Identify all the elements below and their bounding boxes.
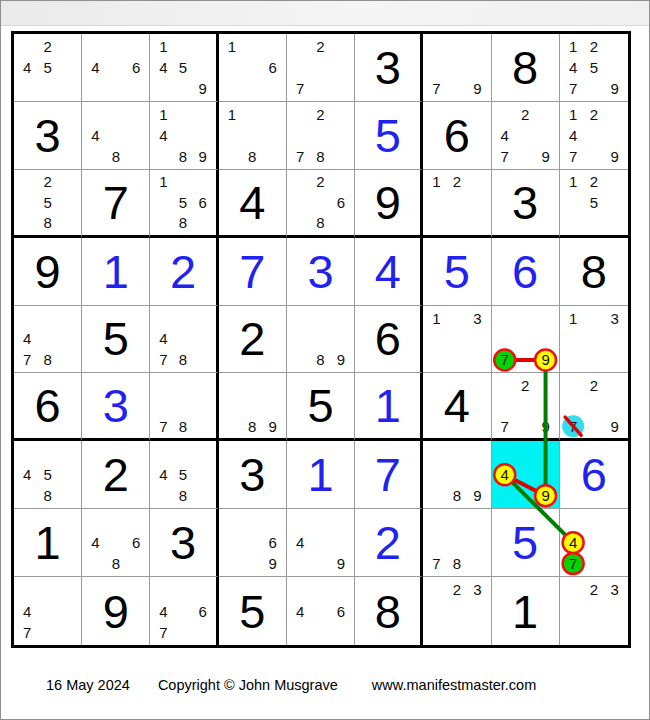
candidate-7: 7 <box>290 146 310 167</box>
candidate-7 <box>426 622 446 643</box>
cell-r9c6[interactable]: 8 <box>355 577 423 645</box>
candidate-6: 6 <box>262 57 282 78</box>
cell-r4c2[interactable]: 1 <box>82 238 150 306</box>
candidate-5 <box>242 57 262 78</box>
candidate-1: 1 <box>563 172 584 192</box>
cell-r1c6[interactable]: 3 <box>355 34 423 102</box>
cell-r4c9[interactable]: 8 <box>560 238 628 306</box>
candidate-2 <box>447 443 467 464</box>
cell-r3c2[interactable]: 7 <box>82 170 150 238</box>
candidate-6: 6 <box>126 532 146 553</box>
candidate-4 <box>426 329 446 350</box>
cell-r6c9[interactable]: 279 <box>560 373 628 441</box>
solved-digit: 7 <box>219 238 286 305</box>
candidate-6 <box>193 396 213 416</box>
cell-r9c4[interactable]: 5 <box>219 577 287 645</box>
cell-r7c1[interactable]: 458 <box>14 441 82 509</box>
candidates: 124579 <box>560 34 628 101</box>
candidate-7: 7 <box>563 553 584 574</box>
candidate-1: 1 <box>222 104 242 125</box>
candidate-3 <box>535 308 555 329</box>
candidate-2: 2 <box>584 36 605 57</box>
candidate-4 <box>153 192 173 212</box>
cell-r4c7[interactable]: 5 <box>423 238 491 306</box>
given-digit: 5 <box>287 373 354 438</box>
candidate-6 <box>193 125 213 146</box>
candidate-8 <box>584 553 605 574</box>
candidate-6 <box>331 329 351 350</box>
cell-r3c5[interactable]: 268 <box>287 170 355 238</box>
cell-r8c1[interactable]: 1 <box>14 509 82 577</box>
candidate-4: 4 <box>563 57 584 78</box>
given-digit: 2 <box>219 306 286 373</box>
candidate-8: 8 <box>173 212 193 232</box>
candidate-7: 7 <box>563 416 584 436</box>
candidate-9 <box>604 622 625 643</box>
candidate-2: 2 <box>584 172 605 192</box>
candidate-2: 2 <box>447 579 467 600</box>
candidate-6 <box>193 464 213 485</box>
cell-r1c9[interactable]: 124579 <box>560 34 628 102</box>
candidate-2: 2 <box>584 104 605 125</box>
candidate-3 <box>58 443 78 464</box>
candidate-3: 3 <box>604 308 625 329</box>
candidate-5 <box>447 464 467 485</box>
candidate-4: 4 <box>17 464 37 485</box>
cell-r5c4[interactable]: 2 <box>219 306 287 374</box>
candidate-4 <box>222 57 242 78</box>
candidate-3 <box>58 579 78 600</box>
cell-r8c9[interactable]: 47 <box>560 509 628 577</box>
cell-r4c8[interactable]: 6 <box>492 238 560 306</box>
cell-r8c7[interactable]: 78 <box>423 509 491 577</box>
given-digit: 8 <box>560 238 628 305</box>
candidates: 12 <box>423 170 490 235</box>
given-digit: 6 <box>355 306 420 373</box>
solved-digit: 2 <box>355 509 420 576</box>
candidates: 69 <box>219 509 286 576</box>
candidate-2 <box>310 579 330 600</box>
cell-r5c9[interactable]: 13 <box>560 306 628 374</box>
cell-r7c2[interactable]: 2 <box>82 441 150 509</box>
candidate-8 <box>242 78 262 99</box>
solved-digit: 6 <box>492 238 559 305</box>
candidate-1 <box>222 375 242 395</box>
candidate-4: 4 <box>153 57 173 78</box>
candidate-7: 7 <box>290 78 310 99</box>
candidate-1 <box>153 443 173 464</box>
candidate-8 <box>173 622 193 643</box>
candidate-5: 5 <box>173 57 193 78</box>
cell-r7c9[interactable]: 6 <box>560 441 628 509</box>
given-digit: 9 <box>82 577 149 645</box>
candidate-4: 4 <box>153 464 173 485</box>
candidate-2 <box>242 375 262 395</box>
cell-r3c3[interactable]: 1568 <box>150 170 218 238</box>
candidate-5 <box>173 329 193 350</box>
candidates: 278 <box>287 102 354 169</box>
candidate-3 <box>467 443 487 464</box>
candidate-8 <box>584 349 605 370</box>
candidate-7 <box>495 485 515 506</box>
cell-r3c4[interactable]: 4 <box>219 170 287 238</box>
candidate-8 <box>310 78 330 99</box>
candidate-4: 4 <box>153 600 173 621</box>
candidates: 12479 <box>560 102 628 169</box>
cell-r7c4[interactable]: 3 <box>219 441 287 509</box>
cell-r4c3[interactable]: 2 <box>150 238 218 306</box>
candidate-1 <box>426 511 446 532</box>
candidate-9: 9 <box>535 416 555 436</box>
candidate-6 <box>467 329 487 350</box>
cell-r7c5[interactable]: 1 <box>287 441 355 509</box>
candidate-8 <box>584 212 605 232</box>
candidate-6 <box>604 532 625 553</box>
cell-r9c9[interactable]: 23 <box>560 577 628 645</box>
cell-r1c3[interactable]: 1459 <box>150 34 218 102</box>
cell-r8c4[interactable]: 69 <box>219 509 287 577</box>
cell-r6c2[interactable]: 3 <box>82 373 150 441</box>
candidate-7: 7 <box>495 416 515 436</box>
candidate-7 <box>153 485 173 506</box>
candidate-3 <box>604 104 625 125</box>
candidate-8 <box>447 622 467 643</box>
cell-r2c9[interactable]: 12479 <box>560 102 628 170</box>
candidate-9 <box>126 146 146 167</box>
cell-r4c6[interactable]: 4 <box>355 238 423 306</box>
cell-r2c8[interactable]: 2479 <box>492 102 560 170</box>
cell-r3c8[interactable]: 3 <box>492 170 560 238</box>
cell-r2c4[interactable]: 18 <box>219 102 287 170</box>
candidate-3 <box>604 375 625 395</box>
candidate-3 <box>193 308 213 329</box>
candidate-5 <box>310 192 330 212</box>
candidate-9 <box>331 146 351 167</box>
candidate-3 <box>58 172 78 192</box>
candidate-4 <box>290 192 310 212</box>
candidate-8 <box>242 553 262 574</box>
cell-r9c7[interactable]: 23 <box>423 577 491 645</box>
candidate-5 <box>37 600 57 621</box>
candidate-4 <box>290 329 310 350</box>
candidate-7 <box>290 212 310 232</box>
candidate-2: 2 <box>37 36 57 57</box>
given-digit: 6 <box>423 102 490 169</box>
candidate-1 <box>290 36 310 57</box>
candidate-5 <box>584 125 605 146</box>
cell-r5c5[interactable]: 89 <box>287 306 355 374</box>
cell-r9c2[interactable]: 9 <box>82 577 150 645</box>
candidates: 23 <box>560 577 628 645</box>
candidate-6 <box>193 57 213 78</box>
cell-r6c6[interactable]: 1 <box>355 373 423 441</box>
candidate-1: 1 <box>153 104 173 125</box>
candidate-2 <box>106 104 126 125</box>
solved-digit: 7 <box>355 441 420 508</box>
candidate-3 <box>604 172 625 192</box>
candidate-9 <box>467 622 487 643</box>
cell-r2c1[interactable]: 3 <box>14 102 82 170</box>
candidate-6: 6 <box>193 192 213 212</box>
cell-r4c4[interactable]: 7 <box>219 238 287 306</box>
candidate-1 <box>495 375 515 395</box>
candidate-7 <box>153 78 173 99</box>
candidates: 467 <box>150 577 215 645</box>
candidate-7: 7 <box>153 416 173 436</box>
cell-r1c4[interactable]: 16 <box>219 34 287 102</box>
candidate-6 <box>467 192 487 212</box>
cell-r3c7[interactable]: 12 <box>423 170 491 238</box>
cell-r3c6[interactable]: 9 <box>355 170 423 238</box>
cell-r2c7[interactable]: 6 <box>423 102 491 170</box>
candidate-2 <box>584 308 605 329</box>
cell-r5c2[interactable]: 5 <box>82 306 150 374</box>
candidate-7: 7 <box>17 622 37 643</box>
cell-r2c5[interactable]: 278 <box>287 102 355 170</box>
candidate-5 <box>242 396 262 416</box>
candidate-8: 8 <box>447 553 467 574</box>
candidate-5 <box>584 600 605 621</box>
cell-r6c5[interactable]: 5 <box>287 373 355 441</box>
candidate-9: 9 <box>262 553 282 574</box>
given-digit: 4 <box>219 170 286 235</box>
candidate-4: 4 <box>563 125 584 146</box>
candidate-7 <box>17 78 37 99</box>
cell-r3c1[interactable]: 258 <box>14 170 82 238</box>
cell-r1c7[interactable]: 79 <box>423 34 491 102</box>
cell-r8c5[interactable]: 49 <box>287 509 355 577</box>
candidate-7 <box>426 212 446 232</box>
candidate-6 <box>331 57 351 78</box>
cell-r6c3[interactable]: 78 <box>150 373 218 441</box>
candidate-3 <box>331 511 351 532</box>
candidates: 89 <box>219 373 286 438</box>
cell-r7c3[interactable]: 458 <box>150 441 218 509</box>
cell-r9c1[interactable]: 47 <box>14 577 82 645</box>
cell-r8c2[interactable]: 468 <box>82 509 150 577</box>
given-digit: 5 <box>82 306 149 373</box>
candidate-4 <box>426 464 446 485</box>
candidate-8: 8 <box>37 485 57 506</box>
candidate-8: 8 <box>310 146 330 167</box>
candidate-1 <box>563 375 584 395</box>
candidate-9 <box>193 212 213 232</box>
candidate-6 <box>535 464 555 485</box>
candidate-8: 8 <box>242 146 262 167</box>
cell-r4c5[interactable]: 3 <box>287 238 355 306</box>
candidates: 89 <box>423 441 490 508</box>
candidates: 458 <box>14 441 81 508</box>
candidate-9 <box>193 485 213 506</box>
candidate-8 <box>515 485 535 506</box>
candidate-9: 9 <box>604 78 625 99</box>
cell-r8c6[interactable]: 2 <box>355 509 423 577</box>
candidate-5 <box>447 57 467 78</box>
candidate-4 <box>563 396 584 416</box>
candidate-8 <box>310 622 330 643</box>
candidate-8: 8 <box>447 485 467 506</box>
candidate-4: 4 <box>17 329 37 350</box>
candidate-2 <box>242 104 262 125</box>
cell-r5c3[interactable]: 478 <box>150 306 218 374</box>
cell-r6c7[interactable]: 4 <box>423 373 491 441</box>
candidate-8: 8 <box>37 349 57 370</box>
candidates: 79 <box>492 306 559 373</box>
candidate-8: 8 <box>173 485 193 506</box>
candidate-1 <box>17 443 37 464</box>
footer-website[interactable]: www.manifestmaster.com <box>372 677 536 693</box>
candidate-2 <box>447 308 467 329</box>
candidate-2: 2 <box>310 36 330 57</box>
candidate-6 <box>58 57 78 78</box>
candidate-1 <box>17 36 37 57</box>
given-digit: 1 <box>14 509 81 576</box>
candidate-6: 6 <box>262 532 282 553</box>
candidates: 2479 <box>492 102 559 169</box>
given-digit: 3 <box>14 102 81 169</box>
candidate-9: 9 <box>331 349 351 370</box>
candidate-3 <box>126 511 146 532</box>
candidate-1 <box>426 36 446 57</box>
candidate-6 <box>467 464 487 485</box>
candidate-2 <box>242 511 262 532</box>
candidate-4 <box>17 192 37 212</box>
cell-r8c8[interactable]: 5 <box>492 509 560 577</box>
candidate-6 <box>467 600 487 621</box>
given-digit: 3 <box>355 34 420 101</box>
candidate-1 <box>85 36 105 57</box>
cell-r1c2[interactable]: 46 <box>82 34 150 102</box>
candidate-7: 7 <box>17 349 37 370</box>
top-toolbar <box>1 1 649 26</box>
candidate-1 <box>153 579 173 600</box>
candidate-5 <box>447 600 467 621</box>
candidate-9 <box>262 78 282 99</box>
candidate-5: 5 <box>37 192 57 212</box>
cell-r7c7[interactable]: 89 <box>423 441 491 509</box>
candidate-1 <box>153 308 173 329</box>
candidate-5 <box>106 532 126 553</box>
candidate-4: 4 <box>563 532 584 553</box>
candidate-2 <box>242 36 262 57</box>
cell-r2c6[interactable]: 5 <box>355 102 423 170</box>
candidate-2: 2 <box>37 172 57 192</box>
candidates: 47 <box>560 509 628 576</box>
cell-r6c1[interactable]: 6 <box>14 373 82 441</box>
candidate-3 <box>193 36 213 57</box>
cell-r1c8[interactable]: 8 <box>492 34 560 102</box>
candidate-8 <box>447 78 467 99</box>
candidate-9 <box>331 622 351 643</box>
candidate-9 <box>58 212 78 232</box>
solved-digit: 5 <box>423 238 490 305</box>
candidates: 78 <box>423 509 490 576</box>
candidate-4: 4 <box>153 125 173 146</box>
candidate-5 <box>310 600 330 621</box>
cell-r9c3[interactable]: 467 <box>150 577 218 645</box>
candidates: 46 <box>82 34 149 101</box>
cell-r5c8[interactable]: 79 <box>492 306 560 374</box>
candidates: 23 <box>423 577 490 645</box>
candidate-9 <box>262 146 282 167</box>
cell-r1c5[interactable]: 27 <box>287 34 355 102</box>
candidate-8: 8 <box>173 349 193 370</box>
candidate-7: 7 <box>153 622 173 643</box>
candidate-8 <box>37 622 57 643</box>
cell-r2c2[interactable]: 48 <box>82 102 150 170</box>
candidate-8 <box>584 146 605 167</box>
candidate-6 <box>331 125 351 146</box>
candidate-6 <box>535 329 555 350</box>
candidate-4 <box>222 125 242 146</box>
cell-r2c3[interactable]: 1489 <box>150 102 218 170</box>
candidate-8 <box>584 416 605 436</box>
candidates: 478 <box>150 306 215 373</box>
cell-r6c8[interactable]: 279 <box>492 373 560 441</box>
candidate-7 <box>85 78 105 99</box>
cell-r7c8[interactable]: 49 <box>492 441 560 509</box>
candidate-5: 5 <box>173 464 193 485</box>
candidates: 16 <box>219 34 286 101</box>
candidate-5 <box>173 396 193 416</box>
candidate-4 <box>222 532 242 553</box>
cell-r3c9[interactable]: 125 <box>560 170 628 238</box>
cell-r9c8[interactable]: 1 <box>492 577 560 645</box>
candidates: 46 <box>287 577 354 645</box>
candidate-2 <box>173 36 193 57</box>
cell-r4c1[interactable]: 9 <box>14 238 82 306</box>
cell-r5c6[interactable]: 6 <box>355 306 423 374</box>
given-digit: 3 <box>219 441 286 508</box>
cell-r5c1[interactable]: 478 <box>14 306 82 374</box>
cell-r8c3[interactable]: 3 <box>150 509 218 577</box>
candidate-7 <box>426 485 446 506</box>
candidate-5: 5 <box>584 192 605 212</box>
candidate-8 <box>584 622 605 643</box>
candidate-1: 1 <box>563 308 584 329</box>
candidate-9 <box>126 553 146 574</box>
candidate-4 <box>426 57 446 78</box>
cell-r6c4[interactable]: 89 <box>219 373 287 441</box>
candidate-2 <box>173 172 193 192</box>
candidate-3: 3 <box>467 308 487 329</box>
candidate-5: 5 <box>173 192 193 212</box>
candidate-5 <box>447 329 467 350</box>
candidate-6 <box>193 329 213 350</box>
candidate-2 <box>447 36 467 57</box>
candidate-4 <box>495 329 515 350</box>
candidate-6 <box>262 396 282 416</box>
candidate-8 <box>106 78 126 99</box>
candidate-4 <box>563 600 584 621</box>
cell-r7c6[interactable]: 7 <box>355 441 423 509</box>
cell-r1c1[interactable]: 245 <box>14 34 82 102</box>
candidate-4: 4 <box>85 57 105 78</box>
candidate-1: 1 <box>426 308 446 329</box>
candidate-8: 8 <box>173 146 193 167</box>
candidate-3 <box>262 104 282 125</box>
cell-r5c7[interactable]: 13 <box>423 306 491 374</box>
candidate-6 <box>604 192 625 212</box>
cell-r9c5[interactable]: 46 <box>287 577 355 645</box>
candidate-4 <box>222 396 242 416</box>
candidate-4 <box>290 125 310 146</box>
candidates: 279 <box>492 373 559 438</box>
candidate-6 <box>604 600 625 621</box>
candidate-5 <box>37 329 57 350</box>
given-digit: 9 <box>14 238 81 305</box>
candidate-5 <box>106 57 126 78</box>
